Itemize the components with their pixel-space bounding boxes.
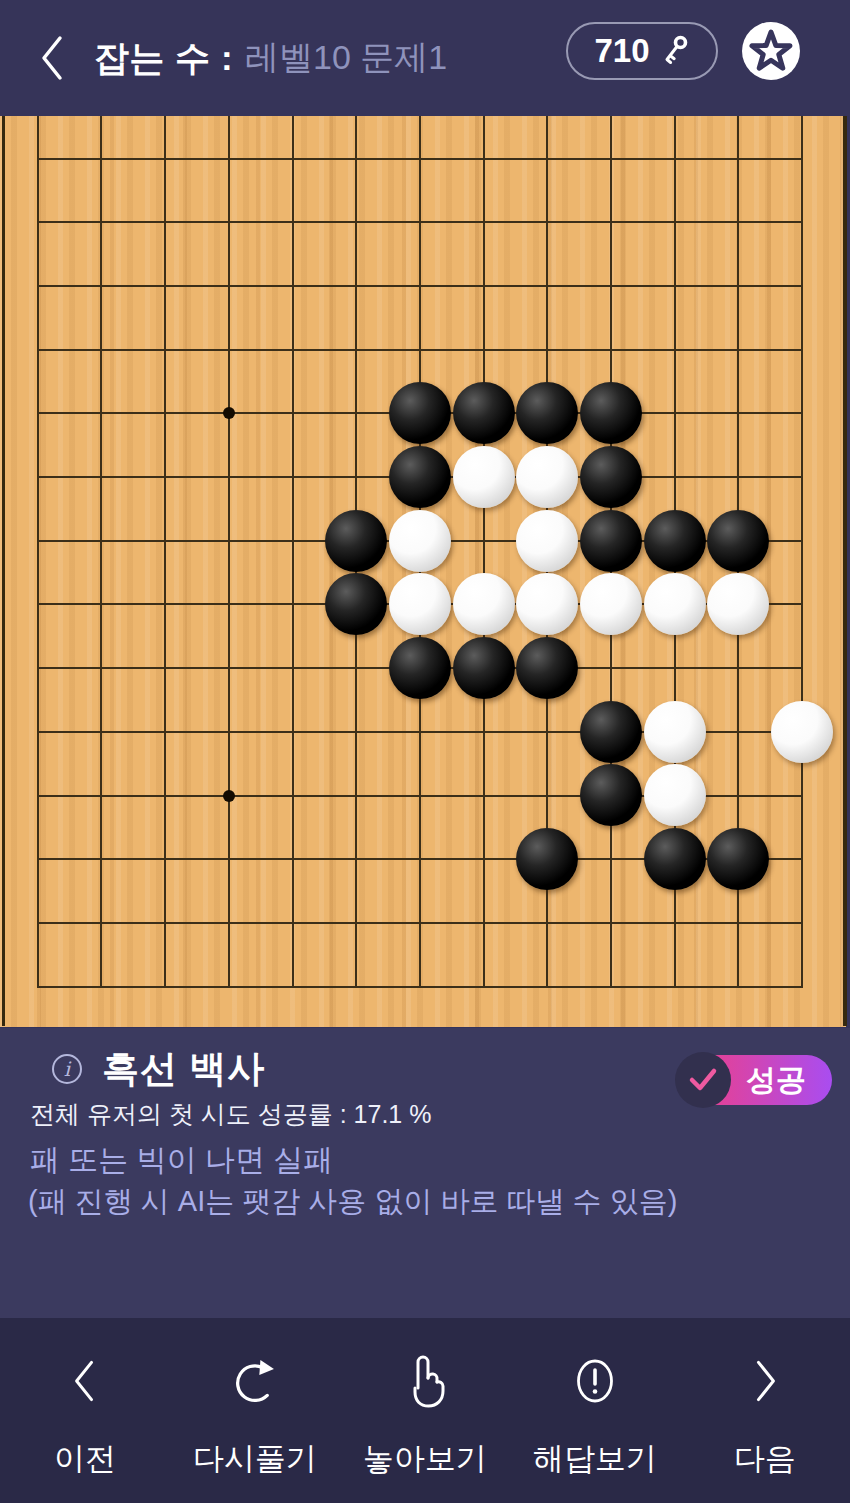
board-cell[interactable] — [388, 190, 452, 254]
board-cell[interactable] — [261, 381, 325, 445]
board-cell[interactable] — [133, 764, 197, 828]
board-cell[interactable] — [133, 318, 197, 382]
success-rate-text: 전체 유저의 첫 시도 성공률 : 17.1 % — [30, 1098, 431, 1131]
board-cell[interactable] — [452, 572, 516, 636]
white-stone — [453, 446, 515, 508]
white-stone — [771, 701, 833, 763]
board-cell[interactable] — [452, 381, 516, 445]
board-cell[interactable] — [515, 254, 579, 318]
board-cell[interactable] — [706, 190, 770, 254]
board-cell[interactable] — [6, 318, 70, 382]
black-stone — [325, 573, 387, 635]
board-cell[interactable] — [515, 127, 579, 191]
board-cell[interactable] — [261, 190, 325, 254]
board-cell[interactable] — [6, 636, 70, 700]
white-stone — [516, 446, 578, 508]
board-cell[interactable] — [770, 891, 834, 955]
black-stone — [580, 382, 642, 444]
board-cell[interactable] — [261, 955, 325, 1019]
board-cell[interactable] — [6, 381, 70, 445]
toolbar-button-label: 해답보기 — [510, 1438, 680, 1480]
white-stone — [644, 764, 706, 826]
board-cell[interactable] — [197, 509, 261, 573]
board-cell[interactable] — [452, 318, 516, 382]
white-stone — [389, 510, 451, 572]
black-stone — [580, 446, 642, 508]
board-cell[interactable] — [70, 700, 134, 764]
board-cell[interactable] — [261, 700, 325, 764]
problem-title-row: i 흑선 백사 — [52, 1044, 265, 1094]
board-cell[interactable] — [388, 827, 452, 891]
board-cell[interactable] — [706, 827, 770, 891]
board-cell[interactable] — [515, 445, 579, 509]
board-cell[interactable] — [70, 127, 134, 191]
page-title-sub: 레벨10 문제1 — [245, 35, 447, 81]
board-cell[interactable] — [197, 700, 261, 764]
go-board — [0, 116, 850, 1028]
toolbar-button-label: 다시풀기 — [170, 1438, 340, 1480]
board-cell[interactable] — [6, 190, 70, 254]
board-cell[interactable] — [261, 445, 325, 509]
board-cell[interactable] — [70, 318, 134, 382]
board-cell[interactable] — [324, 572, 388, 636]
board-cell[interactable] — [770, 700, 834, 764]
board-cell[interactable] — [643, 891, 707, 955]
toolbar-button-label: 놓아보기 — [340, 1438, 510, 1480]
board-cell[interactable] — [770, 955, 834, 1019]
board-cell[interactable] — [324, 955, 388, 1019]
hand-pointer-icon — [404, 1350, 446, 1412]
board-cell[interactable] — [643, 445, 707, 509]
board-cell[interactable] — [261, 827, 325, 891]
board-cell[interactable] — [515, 827, 579, 891]
status-check-circle — [675, 1052, 731, 1108]
board-cell[interactable] — [197, 955, 261, 1019]
board-intersections — [6, 127, 834, 1019]
board-cell[interactable] — [70, 572, 134, 636]
board-cell[interactable] — [133, 572, 197, 636]
board-cell[interactable] — [70, 445, 134, 509]
board-cell[interactable] — [515, 318, 579, 382]
black-stone — [580, 510, 642, 572]
bottom-toolbar: 이전다시풀기놓아보기해답보기다음 — [0, 1318, 850, 1503]
board-cell[interactable] — [770, 318, 834, 382]
black-stone — [707, 828, 769, 890]
board-cell[interactable] — [452, 636, 516, 700]
board-cell[interactable] — [388, 636, 452, 700]
board-cell[interactable] — [324, 445, 388, 509]
board-cell[interactable] — [452, 891, 516, 955]
board-cell[interactable] — [706, 318, 770, 382]
board-cell[interactable] — [579, 381, 643, 445]
board-cell[interactable] — [261, 509, 325, 573]
board-cell[interactable] — [133, 445, 197, 509]
board-cell[interactable] — [261, 891, 325, 955]
white-stone — [516, 573, 578, 635]
board-cell[interactable] — [133, 509, 197, 573]
board-cell[interactable] — [70, 509, 134, 573]
board-cell[interactable] — [770, 827, 834, 891]
white-stone — [707, 573, 769, 635]
black-stone — [516, 637, 578, 699]
board-cell[interactable] — [6, 127, 70, 191]
key-count-pill[interactable]: 710 — [566, 22, 718, 80]
board-cell[interactable] — [388, 318, 452, 382]
board-cell[interactable] — [770, 127, 834, 191]
key-icon — [660, 33, 690, 69]
board-cell[interactable] — [388, 572, 452, 636]
board-cell[interactable] — [579, 445, 643, 509]
black-stone — [389, 382, 451, 444]
board-cell[interactable] — [770, 572, 834, 636]
board-cell[interactable] — [6, 955, 70, 1019]
board-cell[interactable] — [388, 764, 452, 828]
board-cell[interactable] — [70, 891, 134, 955]
board-cell[interactable] — [133, 955, 197, 1019]
white-stone — [453, 573, 515, 635]
board-cell[interactable] — [388, 955, 452, 1019]
board-cell[interactable] — [643, 190, 707, 254]
check-icon — [687, 1066, 719, 1094]
board-cell[interactable] — [643, 764, 707, 828]
board-cell[interactable] — [324, 764, 388, 828]
alert-circle-icon — [575, 1350, 615, 1412]
star-icon — [742, 22, 800, 80]
refresh-icon — [229, 1350, 281, 1412]
white-stone — [580, 573, 642, 635]
favorite-star-button[interactable] — [742, 22, 800, 80]
board-cell[interactable] — [388, 891, 452, 955]
board-cell[interactable] — [197, 636, 261, 700]
board-cell[interactable] — [579, 891, 643, 955]
black-stone — [580, 701, 642, 763]
board-cell[interactable] — [579, 318, 643, 382]
board-cell[interactable] — [388, 127, 452, 191]
board-cell[interactable] — [6, 764, 70, 828]
board-cell[interactable] — [324, 318, 388, 382]
board-cell[interactable] — [324, 381, 388, 445]
board-cell[interactable] — [197, 445, 261, 509]
toolbar-button-5[interactable]: 다음 — [680, 1318, 850, 1503]
board-cell[interactable] — [70, 636, 134, 700]
board-cell[interactable] — [706, 254, 770, 318]
toolbar-button-label: 이전 — [0, 1438, 170, 1480]
black-stone — [453, 382, 515, 444]
board-cell[interactable] — [388, 509, 452, 573]
board-cell[interactable] — [133, 827, 197, 891]
board-cell[interactable] — [643, 572, 707, 636]
board-cell[interactable] — [770, 254, 834, 318]
board-cell[interactable] — [579, 764, 643, 828]
board-cell[interactable] — [579, 636, 643, 700]
board-cell[interactable] — [261, 318, 325, 382]
board-cell[interactable] — [197, 381, 261, 445]
board-cell[interactable] — [452, 827, 516, 891]
board-cell[interactable] — [579, 827, 643, 891]
board-cell[interactable] — [324, 254, 388, 318]
header: 잡는 수 : 레벨10 문제1 710 — [0, 0, 850, 116]
board-cell[interactable] — [770, 381, 834, 445]
board-edge-right — [843, 116, 847, 1026]
black-stone — [516, 382, 578, 444]
toolbar-button-4[interactable]: 해답보기 — [510, 1318, 680, 1503]
board-cell[interactable] — [770, 190, 834, 254]
board-cell[interactable] — [770, 445, 834, 509]
black-stone — [644, 510, 706, 572]
board-cell[interactable] — [770, 509, 834, 573]
board-cell[interactable] — [643, 254, 707, 318]
rule-note-2: (패 진행 시 AI는 팻감 사용 없이 바로 따낼 수 있음) — [28, 1182, 677, 1222]
board-cell[interactable] — [706, 636, 770, 700]
key-count: 710 — [594, 32, 649, 70]
rule-note-1: 패 또는 빅이 나면 실패 — [30, 1140, 333, 1181]
board-cell[interactable] — [6, 254, 70, 318]
board-cell[interactable] — [133, 127, 197, 191]
status-badge-label: 성공 — [746, 1060, 806, 1101]
board-cell[interactable] — [706, 509, 770, 573]
board-cell[interactable] — [643, 700, 707, 764]
board-cell[interactable] — [197, 827, 261, 891]
board-cell[interactable] — [197, 127, 261, 191]
board-cell[interactable] — [515, 190, 579, 254]
board-cell[interactable] — [197, 190, 261, 254]
board-cell[interactable] — [643, 509, 707, 573]
black-stone — [707, 510, 769, 572]
board-cell[interactable] — [515, 572, 579, 636]
board-cell[interactable] — [706, 891, 770, 955]
board-cell[interactable] — [70, 190, 134, 254]
board-edge-left — [2, 116, 5, 1026]
board-cell[interactable] — [6, 572, 70, 636]
board-cell[interactable] — [388, 381, 452, 445]
board-cell[interactable] — [6, 509, 70, 573]
board-cell[interactable] — [261, 254, 325, 318]
board-cell[interactable] — [515, 636, 579, 700]
board-cell[interactable] — [6, 891, 70, 955]
board-cell[interactable] — [579, 955, 643, 1019]
chevron-right-icon — [751, 1350, 779, 1412]
board-cell[interactable] — [324, 827, 388, 891]
board-cell[interactable] — [643, 127, 707, 191]
board-cell[interactable] — [70, 254, 134, 318]
board-cell[interactable] — [197, 764, 261, 828]
board-cell[interactable] — [261, 127, 325, 191]
board-cell[interactable] — [70, 764, 134, 828]
black-stone — [389, 446, 451, 508]
board-cell[interactable] — [515, 891, 579, 955]
board-cell[interactable] — [452, 509, 516, 573]
board-cell[interactable] — [579, 700, 643, 764]
page-title-main: 잡는 수 : — [94, 35, 233, 82]
board-cell[interactable] — [579, 572, 643, 636]
black-stone — [389, 637, 451, 699]
board-cell[interactable] — [324, 190, 388, 254]
board-cell[interactable] — [261, 636, 325, 700]
board-cell[interactable] — [133, 891, 197, 955]
board-cell[interactable] — [452, 190, 516, 254]
black-stone — [325, 510, 387, 572]
problem-info-panel: i 흑선 백사 성공 전체 유저의 첫 시도 성공률 : 17.1 % 패 또는… — [0, 1028, 850, 1318]
white-stone — [644, 573, 706, 635]
board-cell[interactable] — [579, 254, 643, 318]
board-cell[interactable] — [515, 764, 579, 828]
board-cell[interactable] — [579, 509, 643, 573]
problem-title: 흑선 백사 — [102, 1044, 265, 1094]
toolbar-button-3[interactable]: 놓아보기 — [340, 1318, 510, 1503]
board-cell[interactable] — [770, 764, 834, 828]
black-stone — [453, 637, 515, 699]
board-cell[interactable] — [515, 381, 579, 445]
board-cell[interactable] — [706, 700, 770, 764]
black-stone — [644, 828, 706, 890]
board-cell[interactable] — [706, 445, 770, 509]
black-stone — [516, 828, 578, 890]
chevron-left-icon — [71, 1350, 99, 1412]
board-cell[interactable] — [261, 764, 325, 828]
board-cell[interactable] — [197, 254, 261, 318]
board-cell[interactable] — [706, 764, 770, 828]
board-cell[interactable] — [452, 764, 516, 828]
board-cell[interactable] — [706, 955, 770, 1019]
chevron-left-icon — [38, 34, 68, 82]
board-cell[interactable] — [388, 445, 452, 509]
status-badge: 성공 — [675, 1052, 832, 1108]
board-cell[interactable] — [6, 700, 70, 764]
board-cell[interactable] — [70, 381, 134, 445]
toolbar-button-label: 다음 — [680, 1438, 850, 1480]
white-stone — [516, 510, 578, 572]
board-cell[interactable] — [133, 254, 197, 318]
toolbar-button-1[interactable]: 이전 — [0, 1318, 170, 1503]
board-cell[interactable] — [197, 572, 261, 636]
board-cell[interactable] — [133, 636, 197, 700]
board-cell[interactable] — [643, 955, 707, 1019]
board-cell[interactable] — [770, 636, 834, 700]
board-cell[interactable] — [197, 318, 261, 382]
back-button[interactable] — [38, 34, 68, 82]
board-cell[interactable] — [133, 381, 197, 445]
board-cell[interactable] — [197, 891, 261, 955]
board-cell[interactable] — [643, 381, 707, 445]
board-cell[interactable] — [70, 827, 134, 891]
board-cell[interactable] — [643, 318, 707, 382]
board-cell[interactable] — [515, 700, 579, 764]
board-cell[interactable] — [133, 190, 197, 254]
board-cell[interactable] — [643, 827, 707, 891]
board-cell[interactable] — [133, 700, 197, 764]
board-cell[interactable] — [324, 509, 388, 573]
page-title: 잡는 수 : 레벨10 문제1 — [94, 0, 447, 116]
app-screen: 잡는 수 : 레벨10 문제1 710 i 흑선 백사 성공 — [0, 0, 850, 1503]
board-cell[interactable] — [452, 445, 516, 509]
board-cell[interactable] — [324, 127, 388, 191]
board-cell[interactable] — [452, 127, 516, 191]
board-cell[interactable] — [324, 891, 388, 955]
board-cell[interactable] — [515, 509, 579, 573]
board-cell[interactable] — [70, 955, 134, 1019]
board-cell[interactable] — [261, 572, 325, 636]
board-cell[interactable] — [643, 636, 707, 700]
board-cell[interactable] — [706, 381, 770, 445]
info-icon[interactable]: i — [52, 1054, 82, 1084]
board-cell[interactable] — [6, 445, 70, 509]
white-stone — [644, 701, 706, 763]
black-stone — [580, 764, 642, 826]
board-cell[interactable] — [388, 700, 452, 764]
board-cell[interactable] — [452, 955, 516, 1019]
board-cell[interactable] — [388, 254, 452, 318]
board-cell[interactable] — [706, 127, 770, 191]
board-cell[interactable] — [324, 636, 388, 700]
board-cell[interactable] — [515, 955, 579, 1019]
board-cell[interactable] — [6, 827, 70, 891]
board-cell[interactable] — [324, 700, 388, 764]
board-cell[interactable] — [452, 254, 516, 318]
white-stone — [389, 573, 451, 635]
toolbar-button-2[interactable]: 다시풀기 — [170, 1318, 340, 1503]
board-cell[interactable] — [579, 127, 643, 191]
board-cell[interactable] — [706, 572, 770, 636]
board-cell[interactable] — [452, 700, 516, 764]
board-cell[interactable] — [579, 190, 643, 254]
